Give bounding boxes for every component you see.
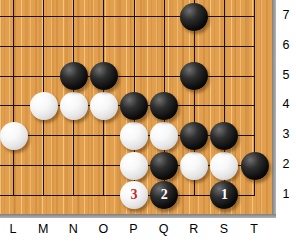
column-label-L: L [3,222,23,236]
column-label-O: O [93,222,113,236]
row-label-7: 7 [276,8,296,22]
board-edge-border-bottom [0,214,276,218]
white-stone-P3[interactable] [120,122,148,150]
column-label-N: N [63,222,83,236]
move-number-1: 1 [221,181,228,209]
column-label-R: R [184,222,204,236]
go-diagram: 321 LMNOPQRST 7654321 [0,0,296,244]
column-label-T: T [244,222,264,236]
column-label-Q: Q [154,222,174,236]
row-label-2: 2 [276,157,296,171]
grid-line [0,76,255,77]
white-stone-O4[interactable] [90,92,118,120]
column-label-M: M [33,222,53,236]
black-stone-P4[interactable] [120,92,148,120]
white-stone-Q3[interactable] [150,122,178,150]
row-label-4: 4 [276,97,296,111]
column-label-P: P [124,222,144,236]
row-label-3: 3 [276,127,296,141]
white-stone-L3[interactable] [0,122,28,150]
white-stone-M4[interactable] [30,92,58,120]
white-stone-P2[interactable] [120,152,148,180]
white-stone-S2[interactable] [210,152,238,180]
move-number-3: 3 [131,181,138,209]
black-stone-T2[interactable] [241,152,269,180]
row-label-5: 5 [276,68,296,82]
row-label-1: 1 [276,187,296,201]
grid-line [0,16,255,17]
white-stone-N4[interactable] [60,92,88,120]
black-stone-N5[interactable] [60,62,88,90]
white-stone-R2[interactable] [180,152,208,180]
black-stone-S3[interactable] [210,122,238,150]
move-number-2: 2 [161,181,168,209]
row-label-6: 6 [276,38,296,52]
grid-line [13,0,14,196]
grid-line [0,46,255,47]
black-stone-Q4[interactable] [150,92,178,120]
black-stone-R3[interactable] [180,122,208,150]
black-stone-O5[interactable] [90,62,118,90]
black-stone-R7[interactable] [180,3,208,31]
column-label-S: S [214,222,234,236]
black-stone-Q2[interactable] [150,152,178,180]
